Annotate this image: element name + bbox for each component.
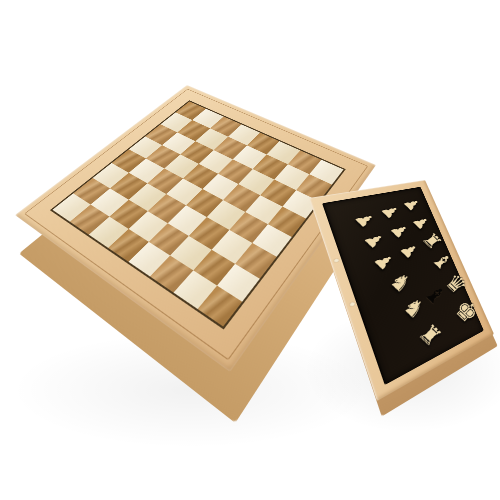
wood-chess-piece-pawn: ♟: [370, 250, 398, 273]
wood-chess-piece-king: ♚: [450, 295, 483, 328]
wood-chess-piece-bishop: ♝: [428, 249, 456, 274]
product-photo-stage: ♟♟♟♟♟♟♟♟♜♞♝♞♛♜♚♝: [0, 0, 500, 500]
wood-chess-piece-pawn: ♟: [387, 221, 413, 241]
piece-storage-drawer: ♟♟♟♟♟♟♟♟♜♞♝♞♛♜♚♝: [309, 180, 494, 401]
wood-chess-piece-pawn: ♟: [351, 210, 379, 230]
magnet-dot: [334, 258, 340, 263]
wood-chess-piece-knight: ♞: [385, 269, 417, 296]
magnet-dot: [349, 302, 355, 307]
wood-chess-piece-pawn: ♟: [396, 240, 421, 261]
wood-chess-piece-pawn: ♟: [360, 230, 388, 252]
wood-chess-piece-rook: ♜: [414, 320, 445, 351]
